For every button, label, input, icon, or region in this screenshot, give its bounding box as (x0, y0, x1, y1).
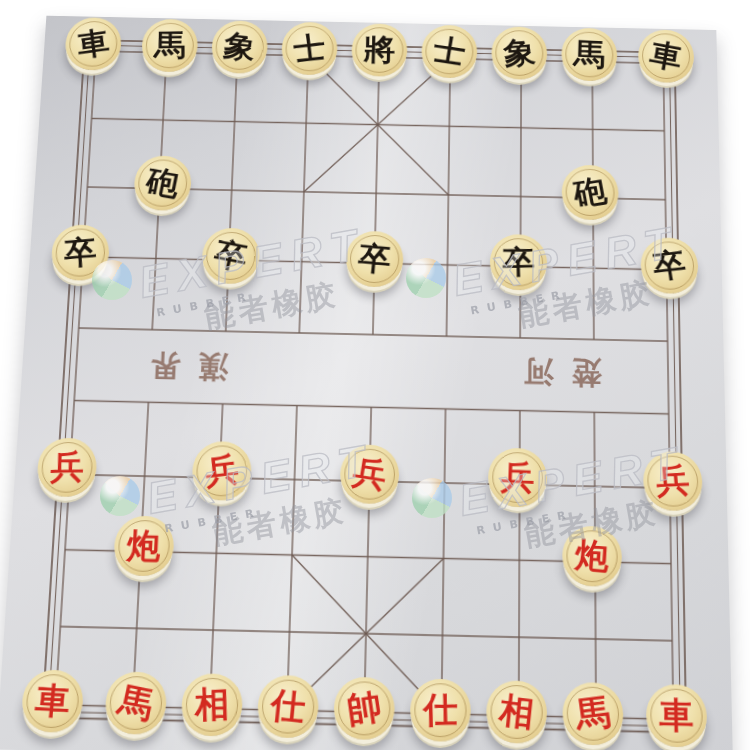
piece-character: 帥 (330, 672, 399, 743)
piece-red-cannon[interactable]: 炮 (562, 525, 622, 586)
piece-character: 兵 (487, 447, 548, 509)
piece-character: 仕 (255, 672, 321, 740)
photo-scene: 漢界 楚河 車馬象士將士象馬車砲砲卒卒卒卒卒兵兵兵兵兵炮炮車馬相仕帥仕相馬車 E… (0, 0, 750, 750)
piece-black-horse[interactable]: 馬 (141, 19, 199, 73)
piece-red-advisor[interactable]: 仕 (257, 674, 320, 738)
piece-black-chariot[interactable]: 車 (64, 17, 123, 71)
piece-character: 士 (279, 19, 340, 77)
piece-character: 卒 (637, 234, 702, 296)
piece-red-soldier[interactable]: 兵 (643, 451, 703, 511)
piece-red-chariot[interactable]: 車 (646, 683, 708, 747)
piece-character: 士 (418, 21, 481, 81)
piece-character: 相 (483, 677, 550, 747)
piece-black-horse[interactable]: 馬 (561, 28, 617, 82)
piece-character: 將 (351, 23, 408, 77)
piece-red-elephant[interactable]: 相 (180, 672, 243, 736)
piece-red-soldier[interactable]: 兵 (36, 437, 98, 497)
pieces-layer: 車馬象士將士象馬車砲砲卒卒卒卒卒兵兵兵兵兵炮炮車馬相仕帥仕相馬車 (0, 16, 733, 750)
piece-character: 兵 (190, 438, 254, 503)
piece-character: 車 (63, 14, 125, 74)
piece-red-chariot[interactable]: 車 (20, 669, 84, 733)
piece-character: 車 (646, 683, 708, 747)
piece-black-general[interactable]: 將 (351, 23, 408, 77)
piece-character: 炮 (113, 515, 175, 576)
piece-character: 兵 (641, 450, 705, 512)
piece-black-elephant[interactable]: 象 (211, 20, 269, 74)
piece-black-soldier[interactable]: 卒 (640, 237, 698, 294)
piece-character: 馬 (561, 27, 618, 83)
piece-red-elephant[interactable]: 相 (486, 680, 547, 744)
piece-black-advisor[interactable]: 士 (421, 25, 477, 79)
piece-red-soldier[interactable]: 兵 (488, 448, 547, 508)
piece-character: 車 (19, 668, 85, 734)
piece-red-soldier[interactable]: 兵 (340, 444, 400, 504)
piece-black-soldier[interactable]: 卒 (490, 233, 547, 290)
piece-red-horse[interactable]: 馬 (563, 681, 624, 745)
piece-character: 相 (181, 672, 243, 737)
piece-red-cannon[interactable]: 炮 (113, 515, 175, 576)
piece-character: 卒 (343, 228, 405, 289)
piece-character: 兵 (37, 438, 97, 497)
piece-character: 車 (634, 25, 698, 87)
piece-character: 卒 (197, 223, 265, 288)
piece-red-advisor[interactable]: 仕 (410, 678, 471, 742)
piece-red-horse[interactable]: 馬 (104, 671, 168, 735)
piece-red-general[interactable]: 帥 (333, 676, 395, 740)
piece-character: 砲 (557, 161, 623, 223)
piece-character: 仕 (410, 678, 472, 741)
piece-red-soldier[interactable]: 兵 (191, 441, 252, 501)
piece-character: 卒 (51, 222, 111, 282)
piece-character: 象 (489, 25, 550, 82)
piece-character: 馬 (100, 666, 173, 739)
piece-black-chariot[interactable]: 車 (638, 29, 694, 83)
piece-character: 砲 (130, 152, 196, 215)
piece-black-cannon[interactable]: 砲 (562, 165, 619, 221)
piece-black-elephant[interactable]: 象 (491, 26, 547, 80)
piece-character: 卒 (489, 234, 548, 290)
piece-character: 象 (208, 18, 271, 77)
piece-black-advisor[interactable]: 士 (281, 22, 338, 76)
piece-black-soldier[interactable]: 卒 (201, 227, 260, 284)
piece-character: 馬 (559, 679, 628, 748)
piece-character: 馬 (142, 19, 198, 72)
piece-black-soldier[interactable]: 卒 (345, 230, 403, 287)
piece-black-cannon[interactable]: 砲 (133, 155, 192, 211)
piece-character: 兵 (336, 440, 404, 508)
piece-black-soldier[interactable]: 卒 (50, 224, 110, 281)
xiangqi-board: 漢界 楚河 車馬象士將士象馬車砲砲卒卒卒卒卒兵兵兵兵兵炮炮車馬相仕帥仕相馬車 (0, 16, 733, 750)
piece-character: 炮 (560, 523, 623, 588)
